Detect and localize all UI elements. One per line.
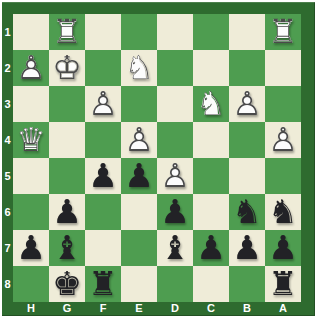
black-rook[interactable]: ♜: [265, 266, 301, 302]
black-bishop[interactable]: ♝: [49, 230, 85, 266]
pawn-outline: ♙: [265, 122, 301, 158]
square-f5[interactable]: ♟: [85, 158, 121, 194]
square-f7[interactable]: [85, 230, 121, 266]
square-h1[interactable]: [13, 14, 49, 50]
white-knight[interactable]: ♞♘: [193, 86, 229, 122]
square-d1[interactable]: [157, 14, 193, 50]
file-label-a: A: [265, 302, 301, 316]
white-pawn[interactable]: ♟♙: [265, 122, 301, 158]
square-b5[interactable]: [229, 158, 265, 194]
square-c8[interactable]: [193, 266, 229, 302]
square-h3[interactable]: [13, 86, 49, 122]
board-frame: 12345678 ♜♖♜♖♟♙♚♔♞♘♟♙♞♘♟♙♛♕♟♙♟♙♟♟♟♙♟♟♞♞♟…: [2, 2, 315, 316]
square-d2[interactable]: [157, 50, 193, 86]
square-c6[interactable]: [193, 194, 229, 230]
square-b6[interactable]: ♞: [229, 194, 265, 230]
rank-label-2: 2: [2, 50, 13, 86]
square-h4[interactable]: ♛♕: [13, 122, 49, 158]
black-pawn[interactable]: ♟: [49, 194, 85, 230]
black-bishop[interactable]: ♝: [157, 230, 193, 266]
white-queen[interactable]: ♛♕: [13, 122, 49, 158]
square-f3[interactable]: ♟♙: [85, 86, 121, 122]
chess-diagram: 12345678 ♜♖♜♖♟♙♚♔♞♘♟♙♞♘♟♙♛♕♟♙♟♙♟♟♟♙♟♟♞♞♟…: [0, 0, 318, 320]
pawn-outline: ♙: [85, 86, 121, 122]
rank-label-6: 6: [2, 194, 13, 230]
square-h2[interactable]: ♟♙: [13, 50, 49, 86]
square-f6[interactable]: [85, 194, 121, 230]
black-knight[interactable]: ♞: [265, 194, 301, 230]
square-e1[interactable]: [121, 14, 157, 50]
black-pawn[interactable]: ♟: [13, 230, 49, 266]
black-pawn[interactable]: ♟: [85, 158, 121, 194]
knight-outline: ♘: [193, 86, 229, 122]
white-pawn[interactable]: ♟♙: [85, 86, 121, 122]
pawn-outline: ♙: [157, 158, 193, 194]
file-labels: HGFEDCBA: [13, 302, 301, 316]
square-g3[interactable]: [49, 86, 85, 122]
square-g5[interactable]: [49, 158, 85, 194]
square-d5[interactable]: ♟♙: [157, 158, 193, 194]
square-e4[interactable]: ♟♙: [121, 122, 157, 158]
file-label-b: B: [229, 302, 265, 316]
square-a1[interactable]: ♜♖: [265, 14, 301, 50]
rank-label-7: 7: [2, 230, 13, 266]
square-h5[interactable]: [13, 158, 49, 194]
black-rook[interactable]: ♜: [85, 266, 121, 302]
rook-outline: ♖: [265, 14, 301, 50]
square-a8[interactable]: ♜: [265, 266, 301, 302]
square-e6[interactable]: [121, 194, 157, 230]
square-c4[interactable]: [193, 122, 229, 158]
white-rook[interactable]: ♜♖: [265, 14, 301, 50]
black-pawn[interactable]: ♟: [121, 158, 157, 194]
square-a4[interactable]: ♟♙: [265, 122, 301, 158]
square-e3[interactable]: [121, 86, 157, 122]
file-label-g: G: [49, 302, 85, 316]
square-b2[interactable]: [229, 50, 265, 86]
white-pawn[interactable]: ♟♙: [13, 50, 49, 86]
white-pawn[interactable]: ♟♙: [157, 158, 193, 194]
square-h6[interactable]: [13, 194, 49, 230]
square-d7[interactable]: ♝: [157, 230, 193, 266]
square-b4[interactable]: [229, 122, 265, 158]
square-a5[interactable]: [265, 158, 301, 194]
square-c1[interactable]: [193, 14, 229, 50]
square-b8[interactable]: [229, 266, 265, 302]
square-g8[interactable]: ♚: [49, 266, 85, 302]
square-f1[interactable]: [85, 14, 121, 50]
square-g4[interactable]: [49, 122, 85, 158]
square-c7[interactable]: ♟: [193, 230, 229, 266]
rook-outline: ♖: [49, 14, 85, 50]
square-f4[interactable]: [85, 122, 121, 158]
black-pawn[interactable]: ♟: [265, 230, 301, 266]
square-g2[interactable]: ♚♔: [49, 50, 85, 86]
pawn-outline: ♙: [229, 86, 265, 122]
black-pawn[interactable]: ♟: [157, 194, 193, 230]
rank-label-8: 8: [2, 266, 13, 302]
square-c2[interactable]: [193, 50, 229, 86]
square-b7[interactable]: ♟: [229, 230, 265, 266]
rank-label-3: 3: [2, 86, 13, 122]
square-g1[interactable]: ♜♖: [49, 14, 85, 50]
square-e2[interactable]: ♞♘: [121, 50, 157, 86]
rank-labels: 12345678: [2, 14, 13, 302]
square-a3[interactable]: [265, 86, 301, 122]
white-king[interactable]: ♚♔: [49, 50, 85, 86]
black-knight[interactable]: ♞: [229, 194, 265, 230]
square-g7[interactable]: ♝: [49, 230, 85, 266]
file-label-e: E: [121, 302, 157, 316]
king-outline: ♔: [49, 50, 85, 86]
square-b1[interactable]: [229, 14, 265, 50]
queen-outline: ♕: [13, 122, 49, 158]
black-pawn[interactable]: ♟: [229, 230, 265, 266]
white-knight[interactable]: ♞♘: [121, 50, 157, 86]
square-e7[interactable]: [121, 230, 157, 266]
board-grid: ♜♖♜♖♟♙♚♔♞♘♟♙♞♘♟♙♛♕♟♙♟♙♟♟♟♙♟♟♞♞♟♝♝♟♟♟♚♜♜: [13, 14, 301, 302]
knight-outline: ♘: [121, 50, 157, 86]
square-f8[interactable]: ♜: [85, 266, 121, 302]
white-pawn[interactable]: ♟♙: [229, 86, 265, 122]
rank-label-4: 4: [2, 122, 13, 158]
pawn-outline: ♙: [13, 50, 49, 86]
square-f2[interactable]: [85, 50, 121, 86]
square-a7[interactable]: ♟: [265, 230, 301, 266]
black-pawn[interactable]: ♟: [193, 230, 229, 266]
file-label-d: D: [157, 302, 193, 316]
square-c3[interactable]: ♞♘: [193, 86, 229, 122]
square-d3[interactable]: [157, 86, 193, 122]
file-label-h: H: [13, 302, 49, 316]
square-c5[interactable]: [193, 158, 229, 194]
square-d8[interactable]: [157, 266, 193, 302]
square-e5[interactable]: ♟: [121, 158, 157, 194]
file-label-f: F: [85, 302, 121, 316]
square-h7[interactable]: ♟: [13, 230, 49, 266]
white-pawn[interactable]: ♟♙: [121, 122, 157, 158]
square-h8[interactable]: [13, 266, 49, 302]
white-rook[interactable]: ♜♖: [49, 14, 85, 50]
square-a2[interactable]: [265, 50, 301, 86]
square-b3[interactable]: ♟♙: [229, 86, 265, 122]
square-d4[interactable]: [157, 122, 193, 158]
rank-label-5: 5: [2, 158, 13, 194]
square-d6[interactable]: ♟: [157, 194, 193, 230]
square-e8[interactable]: [121, 266, 157, 302]
file-label-c: C: [193, 302, 229, 316]
rank-label-1: 1: [2, 14, 13, 50]
black-king[interactable]: ♚: [49, 266, 85, 302]
square-g6[interactable]: ♟: [49, 194, 85, 230]
pawn-outline: ♙: [121, 122, 157, 158]
square-a6[interactable]: ♞: [265, 194, 301, 230]
